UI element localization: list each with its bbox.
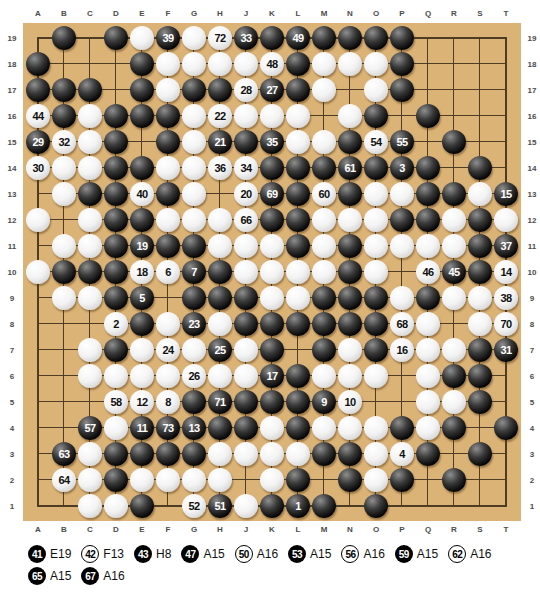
board-point-M11[interactable]: [311, 233, 337, 259]
board-point-T11[interactable]: 37: [493, 233, 519, 259]
board-point-P4[interactable]: [389, 415, 415, 441]
board-point-M16[interactable]: [311, 103, 337, 129]
board-point-B17[interactable]: [51, 77, 77, 103]
board-point-T1[interactable]: [493, 493, 519, 519]
board-point-C17[interactable]: [77, 77, 103, 103]
board-point-Q9[interactable]: [415, 285, 441, 311]
board-point-F18[interactable]: [155, 51, 181, 77]
board-point-A6[interactable]: [25, 363, 51, 389]
board-point-R8[interactable]: [441, 311, 467, 337]
board-point-J11[interactable]: [233, 233, 259, 259]
board-point-F13[interactable]: [155, 181, 181, 207]
board-point-E1[interactable]: [129, 493, 155, 519]
board-point-J9[interactable]: [233, 285, 259, 311]
board-point-H14[interactable]: 36: [207, 155, 233, 181]
board-point-T18[interactable]: [493, 51, 519, 77]
board-point-G2[interactable]: [181, 467, 207, 493]
board-point-H7[interactable]: 25: [207, 337, 233, 363]
board-point-Q7[interactable]: [415, 337, 441, 363]
board-point-F5[interactable]: 8: [155, 389, 181, 415]
board-point-P18[interactable]: [389, 51, 415, 77]
board-point-M14[interactable]: [311, 155, 337, 181]
board-point-T17[interactable]: [493, 77, 519, 103]
board-point-P6[interactable]: [389, 363, 415, 389]
board-point-R10[interactable]: 45: [441, 259, 467, 285]
board-point-O2[interactable]: [363, 467, 389, 493]
board-point-L7[interactable]: [285, 337, 311, 363]
board-point-J6[interactable]: [233, 363, 259, 389]
board-point-N14[interactable]: 61: [337, 155, 363, 181]
board-point-R16[interactable]: [441, 103, 467, 129]
board-point-H16[interactable]: 22: [207, 103, 233, 129]
board-point-N11[interactable]: [337, 233, 363, 259]
board-point-A9[interactable]: [25, 285, 51, 311]
board-point-D19[interactable]: [103, 25, 129, 51]
board-point-C19[interactable]: [77, 25, 103, 51]
board-point-B19[interactable]: [51, 25, 77, 51]
board-point-J5[interactable]: [233, 389, 259, 415]
board-point-B12[interactable]: [51, 207, 77, 233]
board-point-M15[interactable]: [311, 129, 337, 155]
board-point-C14[interactable]: [77, 155, 103, 181]
board-point-J14[interactable]: 34: [233, 155, 259, 181]
board-point-G18[interactable]: [181, 51, 207, 77]
board-point-D15[interactable]: [103, 129, 129, 155]
board-point-J12[interactable]: 66: [233, 207, 259, 233]
board-point-D7[interactable]: [103, 337, 129, 363]
board-point-G13[interactable]: [181, 181, 207, 207]
board-point-J4[interactable]: [233, 415, 259, 441]
board-point-R1[interactable]: [441, 493, 467, 519]
board-point-C18[interactable]: [77, 51, 103, 77]
board-point-K12[interactable]: [259, 207, 285, 233]
board-point-G10[interactable]: 7: [181, 259, 207, 285]
board-point-L16[interactable]: [285, 103, 311, 129]
board-point-O6[interactable]: [363, 363, 389, 389]
board-point-A7[interactable]: [25, 337, 51, 363]
board-point-N6[interactable]: [337, 363, 363, 389]
board-point-P1[interactable]: [389, 493, 415, 519]
board-point-S14[interactable]: [467, 155, 493, 181]
board-point-N10[interactable]: [337, 259, 363, 285]
board-point-O1[interactable]: [363, 493, 389, 519]
board-point-K8[interactable]: [259, 311, 285, 337]
board-point-A16[interactable]: 44: [25, 103, 51, 129]
board-point-M7[interactable]: [311, 337, 337, 363]
board-point-H18[interactable]: [207, 51, 233, 77]
board-point-R14[interactable]: [441, 155, 467, 181]
board-point-R11[interactable]: [441, 233, 467, 259]
board-point-S19[interactable]: [467, 25, 493, 51]
board-point-D9[interactable]: [103, 285, 129, 311]
board-point-P7[interactable]: 16: [389, 337, 415, 363]
board-point-B9[interactable]: [51, 285, 77, 311]
board-point-F9[interactable]: [155, 285, 181, 311]
board-point-A18[interactable]: [25, 51, 51, 77]
board-point-S11[interactable]: [467, 233, 493, 259]
board-point-Q4[interactable]: [415, 415, 441, 441]
board-point-N5[interactable]: 10: [337, 389, 363, 415]
board-point-B1[interactable]: [51, 493, 77, 519]
board-point-A14[interactable]: 30: [25, 155, 51, 181]
board-point-E3[interactable]: [129, 441, 155, 467]
board-point-L14[interactable]: [285, 155, 311, 181]
board-point-Q12[interactable]: [415, 207, 441, 233]
board-point-A13[interactable]: [25, 181, 51, 207]
board-point-S13[interactable]: [467, 181, 493, 207]
board-point-D6[interactable]: [103, 363, 129, 389]
board-point-R3[interactable]: [441, 441, 467, 467]
board-point-H13[interactable]: [207, 181, 233, 207]
board-point-C12[interactable]: [77, 207, 103, 233]
board-point-P2[interactable]: [389, 467, 415, 493]
board-point-S5[interactable]: [467, 389, 493, 415]
board-point-T2[interactable]: [493, 467, 519, 493]
board-point-B13[interactable]: [51, 181, 77, 207]
board-point-R6[interactable]: [441, 363, 467, 389]
board-point-S7[interactable]: [467, 337, 493, 363]
board-point-K2[interactable]: [259, 467, 285, 493]
board-point-L4[interactable]: [285, 415, 311, 441]
board-point-B5[interactable]: [51, 389, 77, 415]
board-point-J19[interactable]: 33: [233, 25, 259, 51]
board-point-O9[interactable]: [363, 285, 389, 311]
board-point-A17[interactable]: [25, 77, 51, 103]
board-point-O15[interactable]: 54: [363, 129, 389, 155]
board-point-F3[interactable]: [155, 441, 181, 467]
board-point-R2[interactable]: [441, 467, 467, 493]
board-point-R9[interactable]: [441, 285, 467, 311]
board-point-D16[interactable]: [103, 103, 129, 129]
board-point-D14[interactable]: [103, 155, 129, 181]
board-point-L9[interactable]: [285, 285, 311, 311]
board-point-K13[interactable]: 69: [259, 181, 285, 207]
board-point-P11[interactable]: [389, 233, 415, 259]
board-point-J1[interactable]: [233, 493, 259, 519]
board-point-O19[interactable]: [363, 25, 389, 51]
board-point-N7[interactable]: [337, 337, 363, 363]
board-point-E13[interactable]: 40: [129, 181, 155, 207]
board-point-G19[interactable]: [181, 25, 207, 51]
board-point-T8[interactable]: 70: [493, 311, 519, 337]
board-point-J17[interactable]: 28: [233, 77, 259, 103]
board-point-J13[interactable]: 20: [233, 181, 259, 207]
board-point-Q8[interactable]: [415, 311, 441, 337]
board-point-F11[interactable]: [155, 233, 181, 259]
board-point-J10[interactable]: [233, 259, 259, 285]
board-point-G5[interactable]: [181, 389, 207, 415]
board-point-B15[interactable]: 32: [51, 129, 77, 155]
board-point-O16[interactable]: [363, 103, 389, 129]
board-point-J7[interactable]: [233, 337, 259, 363]
board-point-B6[interactable]: [51, 363, 77, 389]
board-point-O12[interactable]: [363, 207, 389, 233]
board-point-D17[interactable]: [103, 77, 129, 103]
board-point-B4[interactable]: [51, 415, 77, 441]
board-point-F4[interactable]: 73: [155, 415, 181, 441]
board-point-S15[interactable]: [467, 129, 493, 155]
board-point-N16[interactable]: [337, 103, 363, 129]
board-point-T13[interactable]: 15: [493, 181, 519, 207]
board-point-K17[interactable]: 27: [259, 77, 285, 103]
board-point-L15[interactable]: [285, 129, 311, 155]
board-point-S6[interactable]: [467, 363, 493, 389]
board-point-K10[interactable]: [259, 259, 285, 285]
board-point-F10[interactable]: 6: [155, 259, 181, 285]
board-point-J16[interactable]: [233, 103, 259, 129]
board-point-H10[interactable]: [207, 259, 233, 285]
board-point-T14[interactable]: [493, 155, 519, 181]
board-point-E5[interactable]: 12: [129, 389, 155, 415]
board-point-E12[interactable]: [129, 207, 155, 233]
board-point-N4[interactable]: [337, 415, 363, 441]
board-point-F7[interactable]: 24: [155, 337, 181, 363]
board-point-N9[interactable]: [337, 285, 363, 311]
board-point-S4[interactable]: [467, 415, 493, 441]
board-point-B18[interactable]: [51, 51, 77, 77]
board-point-T4[interactable]: [493, 415, 519, 441]
board-point-C7[interactable]: [77, 337, 103, 363]
board-point-A11[interactable]: [25, 233, 51, 259]
board-point-G9[interactable]: [181, 285, 207, 311]
board-point-G1[interactable]: 52: [181, 493, 207, 519]
board-point-K19[interactable]: [259, 25, 285, 51]
board-point-P9[interactable]: [389, 285, 415, 311]
board-point-Q14[interactable]: [415, 155, 441, 181]
board-point-Q16[interactable]: [415, 103, 441, 129]
board-point-B3[interactable]: 63: [51, 441, 77, 467]
board-point-E7[interactable]: [129, 337, 155, 363]
board-point-Q1[interactable]: [415, 493, 441, 519]
board-point-M2[interactable]: [311, 467, 337, 493]
board-point-A2[interactable]: [25, 467, 51, 493]
board-point-G11[interactable]: [181, 233, 207, 259]
board-point-P8[interactable]: 68: [389, 311, 415, 337]
board-point-D1[interactable]: [103, 493, 129, 519]
board-point-Q2[interactable]: [415, 467, 441, 493]
board-point-C6[interactable]: [77, 363, 103, 389]
board-point-B8[interactable]: [51, 311, 77, 337]
board-point-C13[interactable]: [77, 181, 103, 207]
board-point-L2[interactable]: [285, 467, 311, 493]
board-point-T5[interactable]: [493, 389, 519, 415]
board-point-D3[interactable]: [103, 441, 129, 467]
board-point-P5[interactable]: [389, 389, 415, 415]
board-point-N17[interactable]: [337, 77, 363, 103]
board-point-J18[interactable]: [233, 51, 259, 77]
board-point-G7[interactable]: [181, 337, 207, 363]
board-point-N19[interactable]: [337, 25, 363, 51]
board-point-N2[interactable]: [337, 467, 363, 493]
board-point-T15[interactable]: [493, 129, 519, 155]
board-point-F19[interactable]: 39: [155, 25, 181, 51]
board-point-D12[interactable]: [103, 207, 129, 233]
board-point-D10[interactable]: [103, 259, 129, 285]
board-point-Q18[interactable]: [415, 51, 441, 77]
board-point-Q13[interactable]: [415, 181, 441, 207]
board-point-F8[interactable]: [155, 311, 181, 337]
board-point-F16[interactable]: [155, 103, 181, 129]
board-point-K1[interactable]: [259, 493, 285, 519]
board-point-P19[interactable]: [389, 25, 415, 51]
board-point-L13[interactable]: [285, 181, 311, 207]
board-point-J8[interactable]: [233, 311, 259, 337]
board-point-S16[interactable]: [467, 103, 493, 129]
board-point-H8[interactable]: [207, 311, 233, 337]
board-point-H2[interactable]: [207, 467, 233, 493]
board-point-N13[interactable]: [337, 181, 363, 207]
board-point-A10[interactable]: [25, 259, 51, 285]
board-point-G8[interactable]: 23: [181, 311, 207, 337]
board-point-P12[interactable]: [389, 207, 415, 233]
board-point-D4[interactable]: [103, 415, 129, 441]
board-point-A4[interactable]: [25, 415, 51, 441]
board-point-K9[interactable]: [259, 285, 285, 311]
board-point-G3[interactable]: [181, 441, 207, 467]
board-point-M9[interactable]: [311, 285, 337, 311]
board-point-Q5[interactable]: [415, 389, 441, 415]
board-point-G12[interactable]: [181, 207, 207, 233]
board-point-P14[interactable]: 3: [389, 155, 415, 181]
board-point-L8[interactable]: [285, 311, 311, 337]
board-point-A12[interactable]: [25, 207, 51, 233]
board-point-S12[interactable]: [467, 207, 493, 233]
board-point-J2[interactable]: [233, 467, 259, 493]
board-point-O14[interactable]: [363, 155, 389, 181]
board-point-Q19[interactable]: [415, 25, 441, 51]
board-point-K18[interactable]: 48: [259, 51, 285, 77]
board-point-G6[interactable]: 26: [181, 363, 207, 389]
board-point-D11[interactable]: [103, 233, 129, 259]
board-point-J3[interactable]: [233, 441, 259, 467]
board-point-E8[interactable]: [129, 311, 155, 337]
board-point-A8[interactable]: [25, 311, 51, 337]
board-point-P10[interactable]: [389, 259, 415, 285]
board-point-S9[interactable]: [467, 285, 493, 311]
board-point-R18[interactable]: [441, 51, 467, 77]
board-point-E10[interactable]: 18: [129, 259, 155, 285]
board-point-R7[interactable]: [441, 337, 467, 363]
board-point-P3[interactable]: 4: [389, 441, 415, 467]
board-point-T19[interactable]: [493, 25, 519, 51]
board-point-B16[interactable]: [51, 103, 77, 129]
board-point-M1[interactable]: [311, 493, 337, 519]
board-point-S17[interactable]: [467, 77, 493, 103]
board-point-G17[interactable]: [181, 77, 207, 103]
board-point-L1[interactable]: 1: [285, 493, 311, 519]
board-point-A5[interactable]: [25, 389, 51, 415]
board-point-Q15[interactable]: [415, 129, 441, 155]
board-point-P13[interactable]: [389, 181, 415, 207]
board-point-C16[interactable]: [77, 103, 103, 129]
board-point-S10[interactable]: [467, 259, 493, 285]
board-point-G16[interactable]: [181, 103, 207, 129]
board-point-C4[interactable]: 57: [77, 415, 103, 441]
board-point-M4[interactable]: [311, 415, 337, 441]
board-point-L10[interactable]: [285, 259, 311, 285]
board-point-H1[interactable]: 51: [207, 493, 233, 519]
board-point-D2[interactable]: [103, 467, 129, 493]
board-point-C1[interactable]: [77, 493, 103, 519]
board-point-B11[interactable]: [51, 233, 77, 259]
board-point-E17[interactable]: [129, 77, 155, 103]
board-point-N8[interactable]: [337, 311, 363, 337]
board-point-P15[interactable]: 55: [389, 129, 415, 155]
board-point-K14[interactable]: [259, 155, 285, 181]
board-point-R12[interactable]: [441, 207, 467, 233]
board-point-L3[interactable]: [285, 441, 311, 467]
board-point-F1[interactable]: [155, 493, 181, 519]
board-point-R17[interactable]: [441, 77, 467, 103]
board-point-S1[interactable]: [467, 493, 493, 519]
board-point-O11[interactable]: [363, 233, 389, 259]
board-point-C15[interactable]: [77, 129, 103, 155]
board-point-H5[interactable]: 71: [207, 389, 233, 415]
board-point-C2[interactable]: [77, 467, 103, 493]
board-point-D8[interactable]: 2: [103, 311, 129, 337]
board-point-M5[interactable]: 9: [311, 389, 337, 415]
board-point-E15[interactable]: [129, 129, 155, 155]
board-point-F12[interactable]: [155, 207, 181, 233]
board-point-H4[interactable]: [207, 415, 233, 441]
board-point-S8[interactable]: [467, 311, 493, 337]
board-point-E2[interactable]: [129, 467, 155, 493]
board-point-F2[interactable]: [155, 467, 181, 493]
board-point-R19[interactable]: [441, 25, 467, 51]
board-point-R5[interactable]: [441, 389, 467, 415]
board-point-R13[interactable]: [441, 181, 467, 207]
board-point-N3[interactable]: [337, 441, 363, 467]
board-point-T10[interactable]: 14: [493, 259, 519, 285]
board-point-L11[interactable]: [285, 233, 311, 259]
board-point-S18[interactable]: [467, 51, 493, 77]
board-point-T12[interactable]: [493, 207, 519, 233]
board-point-N1[interactable]: [337, 493, 363, 519]
board-point-K15[interactable]: 35: [259, 129, 285, 155]
board-point-E4[interactable]: 11: [129, 415, 155, 441]
board-point-E6[interactable]: [129, 363, 155, 389]
board-point-M13[interactable]: 60: [311, 181, 337, 207]
board-point-R4[interactable]: [441, 415, 467, 441]
board-point-E16[interactable]: [129, 103, 155, 129]
board-point-M18[interactable]: [311, 51, 337, 77]
board-point-N15[interactable]: [337, 129, 363, 155]
board-point-C3[interactable]: [77, 441, 103, 467]
board-point-O3[interactable]: [363, 441, 389, 467]
board-point-A3[interactable]: [25, 441, 51, 467]
board-point-O5[interactable]: [363, 389, 389, 415]
board-point-Q17[interactable]: [415, 77, 441, 103]
board-point-C11[interactable]: [77, 233, 103, 259]
board-point-B2[interactable]: 64: [51, 467, 77, 493]
board-point-E11[interactable]: 19: [129, 233, 155, 259]
board-point-T16[interactable]: [493, 103, 519, 129]
board-point-K4[interactable]: [259, 415, 285, 441]
board-point-H15[interactable]: 21: [207, 129, 233, 155]
board-point-F17[interactable]: [155, 77, 181, 103]
board-point-E14[interactable]: [129, 155, 155, 181]
board-point-D5[interactable]: 58: [103, 389, 129, 415]
board-point-T7[interactable]: 31: [493, 337, 519, 363]
board-point-L6[interactable]: [285, 363, 311, 389]
board-point-N12[interactable]: [337, 207, 363, 233]
board-point-M3[interactable]: [311, 441, 337, 467]
board-point-Q11[interactable]: [415, 233, 441, 259]
board-point-H3[interactable]: [207, 441, 233, 467]
board-point-A15[interactable]: 29: [25, 129, 51, 155]
board-point-K11[interactable]: [259, 233, 285, 259]
board-point-C9[interactable]: [77, 285, 103, 311]
